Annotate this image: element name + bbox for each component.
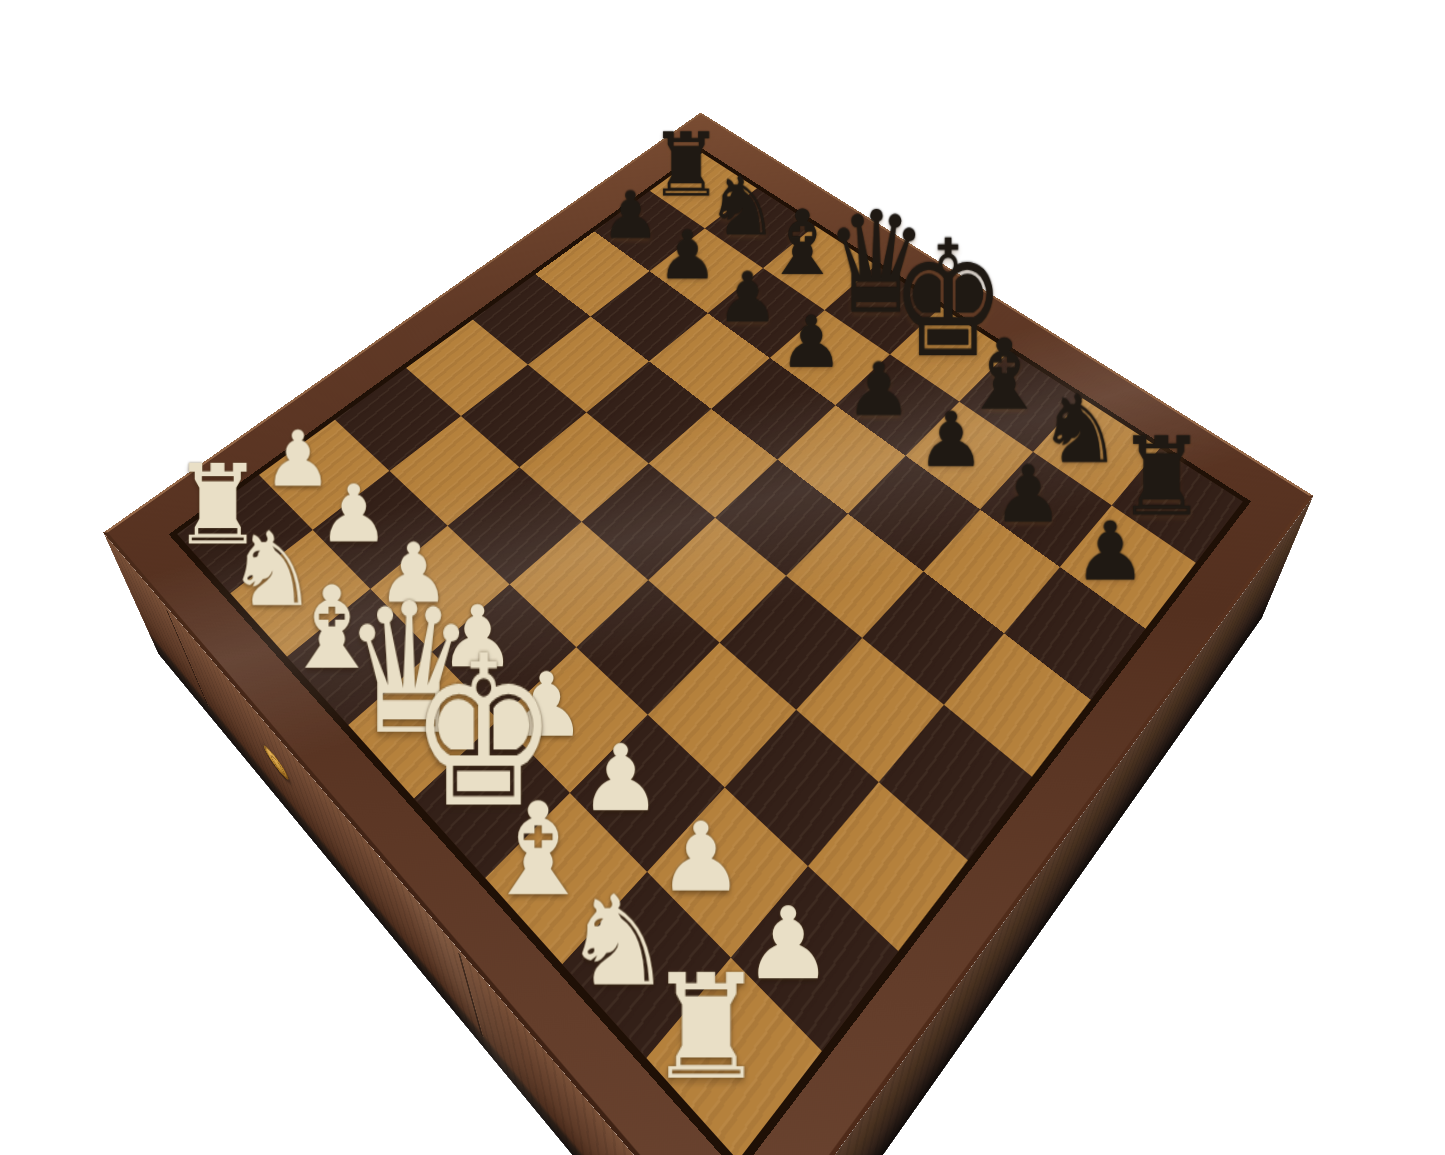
- board-grid: ♜♞♝♛♚♝♞♜♟♟♟♟♟♟♟♟♟♟♟♟♟♟♟♟♜♞♝♛♚♝♞♜: [177, 153, 1242, 1155]
- piece-black-pawn[interactable]: ♟: [1061, 515, 1159, 590]
- piece-white-rook[interactable]: ♜: [643, 962, 769, 1095]
- photo-scene: ♜♞♝♛♚♝♞♜♟♟♟♟♟♟♟♟♟♟♟♟♟♟♟♟♜♞♝♛♚♝♞♜: [0, 0, 1445, 1155]
- perspective-stage: ♜♞♝♛♚♝♞♜♟♟♟♟♟♟♟♟♟♟♟♟♟♟♟♟♜♞♝♛♚♝♞♜: [0, 0, 1445, 1155]
- chess-box: ♜♞♝♛♚♝♞♜♟♟♟♟♟♟♟♟♟♟♟♟♟♟♟♟♜♞♝♛♚♝♞♜: [103, 113, 1313, 1155]
- board-top-face: ♜♞♝♛♚♝♞♜♟♟♟♟♟♟♟♟♟♟♟♟♟♟♟♟♜♞♝♛♚♝♞♜: [103, 113, 1313, 1155]
